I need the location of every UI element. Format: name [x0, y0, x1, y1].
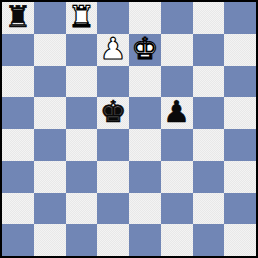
square-b4[interactable]: [34, 129, 66, 161]
square-a8[interactable]: ♜: [2, 2, 34, 34]
square-h3[interactable]: [224, 161, 256, 193]
square-c6[interactable]: [66, 66, 98, 98]
square-a6[interactable]: [2, 66, 34, 98]
square-a7[interactable]: [2, 34, 34, 66]
square-d8[interactable]: [97, 2, 129, 34]
square-d7[interactable]: ♟: [97, 34, 129, 66]
square-d6[interactable]: [97, 66, 129, 98]
square-h7[interactable]: [224, 34, 256, 66]
square-f6[interactable]: [161, 66, 193, 98]
piece-white-pawn[interactable]: ♟: [100, 34, 127, 64]
square-e7[interactable]: ♚: [129, 34, 161, 66]
square-h8[interactable]: [224, 2, 256, 34]
piece-black-rook[interactable]: ♜: [4, 2, 31, 32]
square-e4[interactable]: [129, 129, 161, 161]
square-a5[interactable]: [2, 97, 34, 129]
square-c2[interactable]: [66, 193, 98, 225]
square-e1[interactable]: [129, 224, 161, 256]
square-b5[interactable]: [34, 97, 66, 129]
square-f1[interactable]: [161, 224, 193, 256]
square-e5[interactable]: [129, 97, 161, 129]
square-e6[interactable]: [129, 66, 161, 98]
square-d2[interactable]: [97, 193, 129, 225]
square-h4[interactable]: [224, 129, 256, 161]
square-h6[interactable]: [224, 66, 256, 98]
square-a2[interactable]: [2, 193, 34, 225]
square-c3[interactable]: [66, 161, 98, 193]
square-f8[interactable]: [161, 2, 193, 34]
square-e8[interactable]: [129, 2, 161, 34]
piece-black-king[interactable]: ♚: [100, 97, 127, 127]
square-g5[interactable]: [193, 97, 225, 129]
square-d4[interactable]: [97, 129, 129, 161]
square-g3[interactable]: [193, 161, 225, 193]
square-f4[interactable]: [161, 129, 193, 161]
square-c5[interactable]: [66, 97, 98, 129]
square-e2[interactable]: [129, 193, 161, 225]
square-d3[interactable]: [97, 161, 129, 193]
square-b6[interactable]: [34, 66, 66, 98]
chess-board: ♜♜♟♚♚♟: [0, 0, 258, 258]
square-h1[interactable]: [224, 224, 256, 256]
square-e3[interactable]: [129, 161, 161, 193]
square-c1[interactable]: [66, 224, 98, 256]
square-a4[interactable]: [2, 129, 34, 161]
square-f5[interactable]: ♟: [161, 97, 193, 129]
square-g2[interactable]: [193, 193, 225, 225]
piece-black-pawn[interactable]: ♟: [163, 97, 190, 127]
square-b2[interactable]: [34, 193, 66, 225]
square-f3[interactable]: [161, 161, 193, 193]
square-g8[interactable]: [193, 2, 225, 34]
square-a3[interactable]: [2, 161, 34, 193]
square-b3[interactable]: [34, 161, 66, 193]
square-h5[interactable]: [224, 97, 256, 129]
square-d5[interactable]: ♚: [97, 97, 129, 129]
square-b1[interactable]: [34, 224, 66, 256]
square-f2[interactable]: [161, 193, 193, 225]
square-b8[interactable]: [34, 2, 66, 34]
square-b7[interactable]: [34, 34, 66, 66]
square-g4[interactable]: [193, 129, 225, 161]
square-d1[interactable]: [97, 224, 129, 256]
piece-white-rook[interactable]: ♜: [68, 2, 95, 32]
square-a1[interactable]: [2, 224, 34, 256]
piece-white-king[interactable]: ♚: [131, 34, 158, 64]
square-c8[interactable]: ♜: [66, 2, 98, 34]
square-c4[interactable]: [66, 129, 98, 161]
square-c7[interactable]: [66, 34, 98, 66]
square-g7[interactable]: [193, 34, 225, 66]
square-h2[interactable]: [224, 193, 256, 225]
square-f7[interactable]: [161, 34, 193, 66]
square-g1[interactable]: [193, 224, 225, 256]
square-g6[interactable]: [193, 66, 225, 98]
